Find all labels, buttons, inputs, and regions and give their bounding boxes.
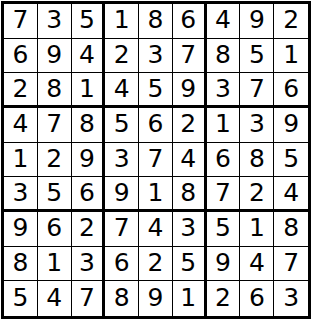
cell-r6c1[interactable]: 3 — [4, 177, 38, 212]
cell-r9c3[interactable]: 7 — [72, 281, 106, 316]
cell-r5c8[interactable]: 8 — [240, 143, 274, 178]
cell-r2c4[interactable]: 2 — [105, 39, 139, 74]
cell-r4c6[interactable]: 2 — [173, 108, 207, 143]
cell-r2c3[interactable]: 4 — [72, 39, 106, 74]
cell-r7c7[interactable]: 5 — [207, 212, 241, 247]
cell-r1c5[interactable]: 8 — [139, 4, 173, 39]
cell-r2c5[interactable]: 3 — [139, 39, 173, 74]
cell-r4c9[interactable]: 9 — [274, 108, 308, 143]
cell-r3c3[interactable]: 1 — [72, 73, 106, 108]
cell-r6c9[interactable]: 4 — [274, 177, 308, 212]
cell-r8c2[interactable]: 1 — [38, 247, 72, 282]
cell-r2c8[interactable]: 5 — [240, 39, 274, 74]
cell-r2c6[interactable]: 7 — [173, 39, 207, 74]
cell-r7c5[interactable]: 4 — [139, 212, 173, 247]
cell-r9c7[interactable]: 2 — [207, 281, 241, 316]
cell-r1c1[interactable]: 7 — [4, 4, 38, 39]
cell-r8c3[interactable]: 3 — [72, 247, 106, 282]
cell-r1c6[interactable]: 6 — [173, 4, 207, 39]
cell-r9c8[interactable]: 6 — [240, 281, 274, 316]
cell-r1c4[interactable]: 1 — [105, 4, 139, 39]
cell-r1c3[interactable]: 5 — [72, 4, 106, 39]
cell-r9c6[interactable]: 1 — [173, 281, 207, 316]
cell-r9c4[interactable]: 8 — [105, 281, 139, 316]
cell-r3c1[interactable]: 2 — [4, 73, 38, 108]
cell-r5c3[interactable]: 9 — [72, 143, 106, 178]
cell-r1c9[interactable]: 2 — [274, 4, 308, 39]
cell-r5c5[interactable]: 7 — [139, 143, 173, 178]
cell-r3c5[interactable]: 5 — [139, 73, 173, 108]
sudoku-board: 7351864926942378512814593764785621391293… — [1, 1, 311, 319]
cell-r6c6[interactable]: 8 — [173, 177, 207, 212]
cell-r6c3[interactable]: 6 — [72, 177, 106, 212]
cell-r3c8[interactable]: 7 — [240, 73, 274, 108]
cell-r9c1[interactable]: 5 — [4, 281, 38, 316]
cell-r2c9[interactable]: 1 — [274, 39, 308, 74]
cell-r7c3[interactable]: 2 — [72, 212, 106, 247]
cell-r6c5[interactable]: 1 — [139, 177, 173, 212]
cell-r2c2[interactable]: 9 — [38, 39, 72, 74]
cell-r1c2[interactable]: 3 — [38, 4, 72, 39]
cell-r6c8[interactable]: 2 — [240, 177, 274, 212]
cell-r6c7[interactable]: 7 — [207, 177, 241, 212]
cell-r7c6[interactable]: 3 — [173, 212, 207, 247]
cell-r5c4[interactable]: 3 — [105, 143, 139, 178]
cell-r5c6[interactable]: 4 — [173, 143, 207, 178]
cell-r8c6[interactable]: 5 — [173, 247, 207, 282]
cell-r6c4[interactable]: 9 — [105, 177, 139, 212]
cell-r4c1[interactable]: 4 — [4, 108, 38, 143]
cell-r9c2[interactable]: 4 — [38, 281, 72, 316]
cell-r9c9[interactable]: 3 — [274, 281, 308, 316]
cell-r8c8[interactable]: 4 — [240, 247, 274, 282]
cell-r5c7[interactable]: 6 — [207, 143, 241, 178]
cell-r1c7[interactable]: 4 — [207, 4, 241, 39]
cell-r5c1[interactable]: 1 — [4, 143, 38, 178]
cell-r8c5[interactable]: 2 — [139, 247, 173, 282]
cell-r7c2[interactable]: 6 — [38, 212, 72, 247]
cell-r3c2[interactable]: 8 — [38, 73, 72, 108]
cell-r3c6[interactable]: 9 — [173, 73, 207, 108]
cell-r4c3[interactable]: 8 — [72, 108, 106, 143]
cell-r3c9[interactable]: 6 — [274, 73, 308, 108]
cell-r7c9[interactable]: 8 — [274, 212, 308, 247]
cell-r7c1[interactable]: 9 — [4, 212, 38, 247]
cell-r5c9[interactable]: 5 — [274, 143, 308, 178]
cell-r4c7[interactable]: 1 — [207, 108, 241, 143]
cell-r3c4[interactable]: 4 — [105, 73, 139, 108]
cell-r4c8[interactable]: 3 — [240, 108, 274, 143]
cell-r9c5[interactable]: 9 — [139, 281, 173, 316]
cell-r7c8[interactable]: 1 — [240, 212, 274, 247]
cell-r3c7[interactable]: 3 — [207, 73, 241, 108]
cell-r4c2[interactable]: 7 — [38, 108, 72, 143]
cell-r7c4[interactable]: 7 — [105, 212, 139, 247]
cell-r8c9[interactable]: 7 — [274, 247, 308, 282]
cell-r5c2[interactable]: 2 — [38, 143, 72, 178]
cell-r2c1[interactable]: 6 — [4, 39, 38, 74]
cell-r8c4[interactable]: 6 — [105, 247, 139, 282]
cell-r1c8[interactable]: 9 — [240, 4, 274, 39]
cell-r2c7[interactable]: 8 — [207, 39, 241, 74]
cell-r8c7[interactable]: 9 — [207, 247, 241, 282]
cell-r6c2[interactable]: 5 — [38, 177, 72, 212]
cell-r4c4[interactable]: 5 — [105, 108, 139, 143]
cell-r4c5[interactable]: 6 — [139, 108, 173, 143]
cell-r8c1[interactable]: 8 — [4, 247, 38, 282]
